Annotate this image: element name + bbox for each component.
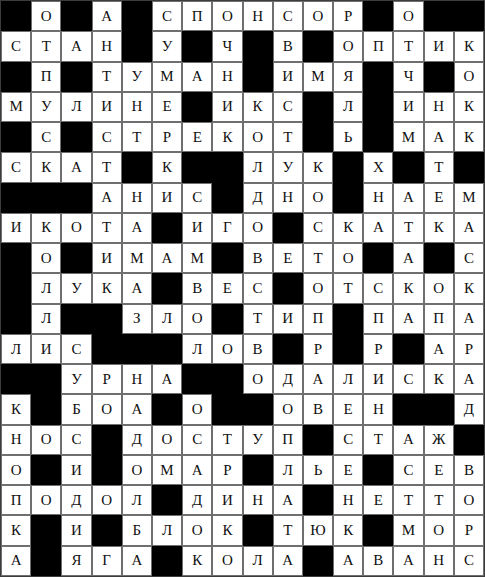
letter-cell[interactable]: О [1,455,31,485]
letter-cell[interactable]: О [182,304,212,334]
block-cell [122,152,152,182]
letter-cell[interactable]: И [363,364,393,394]
letter-cell[interactable]: Т [393,213,423,243]
letter-cell[interactable]: Т [212,425,242,455]
letter-cell[interactable]: С [61,425,91,455]
letter-cell[interactable]: Р [363,334,393,364]
letter-cell[interactable]: К [454,273,484,303]
letter-cell[interactable]: П [363,304,393,334]
letter-cell[interactable]: А [122,273,152,303]
block-cell [393,394,423,424]
letter-cell[interactable]: Х [363,152,393,182]
block-cell [273,334,303,364]
letter-cell[interactable]: Ч [393,62,423,92]
block-cell [363,62,393,92]
letter-cell[interactable]: В [243,334,273,364]
block-cell [92,455,122,485]
letter-cell[interactable]: С [273,1,303,31]
letter-cell[interactable]: И [212,485,242,515]
letter-cell[interactable]: Г [212,213,242,243]
letter-cell[interactable]: С [333,425,363,455]
block-cell [333,334,363,364]
letter-cell[interactable]: М [454,183,484,213]
letter-cell[interactable]: Т [303,243,333,273]
letter-cell[interactable]: М [152,455,182,485]
letter-cell[interactable]: Ь [333,122,363,152]
letter-cell[interactable]: Ж [424,425,454,455]
block-cell [1,183,31,213]
letter-cell[interactable]: К [424,213,454,243]
letter-cell[interactable]: Н [122,183,152,213]
block-cell [424,62,454,92]
letter-cell[interactable]: У [243,425,273,455]
block-cell [1,122,31,152]
letter-cell[interactable]: О [424,515,454,545]
block-cell [122,1,152,31]
letter-cell[interactable]: С [1,31,31,61]
block-cell [182,152,212,182]
letter-cell[interactable]: О [303,1,333,31]
letter-cell[interactable]: Н [363,394,393,424]
letter-cell[interactable]: А [454,364,484,394]
block-cell [303,425,333,455]
letter-cell[interactable]: Т [92,213,122,243]
block-cell [212,152,242,182]
letter-cell[interactable]: О [424,273,454,303]
letter-cell[interactable]: У [31,92,61,122]
block-cell [122,31,152,61]
letter-cell[interactable]: М [122,243,152,273]
letter-cell[interactable]: О [182,394,212,424]
block-cell [1,273,31,303]
letter-cell[interactable]: С [273,92,303,122]
block-cell [1,364,31,394]
letter-cell[interactable]: Н [363,183,393,213]
block-cell [393,152,423,182]
letter-cell[interactable]: И [61,515,91,545]
letter-cell[interactable]: И [424,31,454,61]
block-cell [1,304,31,334]
block-cell [273,273,303,303]
letter-cell[interactable]: Я [333,62,363,92]
letter-cell[interactable]: И [61,455,91,485]
letter-cell[interactable]: К [31,213,61,243]
letter-cell[interactable]: И [393,92,423,122]
letter-cell[interactable]: К [1,394,31,424]
letter-cell[interactable]: Л [333,92,363,122]
block-cell [363,455,393,485]
letter-cell[interactable]: Ч [212,31,242,61]
letter-cell[interactable]: И [273,62,303,92]
block-cell [363,243,393,273]
letter-cell[interactable]: Р [212,455,242,485]
block-cell [31,455,61,485]
letter-cell[interactable]: С [92,122,122,152]
letter-cell[interactable]: М [393,122,423,152]
letter-cell[interactable]: К [303,152,333,182]
letter-cell[interactable]: Т [333,273,363,303]
letter-cell[interactable]: И [273,304,303,334]
letter-cell[interactable]: К [92,273,122,303]
letter-cell[interactable]: В [454,455,484,485]
letter-cell[interactable]: П [273,425,303,455]
letter-cell[interactable]: А [182,62,212,92]
letter-cell[interactable]: Л [61,92,91,122]
block-cell [61,122,91,152]
letter-cell[interactable]: А [122,394,152,424]
letter-cell[interactable]: А [393,425,423,455]
letter-cell[interactable]: П [182,1,212,31]
letter-cell[interactable]: М [303,62,333,92]
block-cell [243,31,273,61]
letter-cell[interactable]: О [454,485,484,515]
block-cell [333,152,363,182]
block-cell [152,394,182,424]
letter-cell[interactable]: П [424,304,454,334]
letter-cell[interactable]: А [61,152,91,182]
letter-cell[interactable]: О [92,485,122,515]
letter-cell[interactable]: И [92,92,122,122]
letter-cell[interactable]: С [454,243,484,273]
block-cell [363,92,393,122]
letter-cell[interactable]: С [182,183,212,213]
letter-cell[interactable]: К [212,122,242,152]
letter-cell[interactable]: Л [152,515,182,545]
letter-cell[interactable]: К [333,515,363,545]
block-cell [92,334,122,364]
block-cell [303,92,333,122]
letter-cell[interactable]: Л [243,152,273,182]
letter-cell[interactable]: В [273,31,303,61]
letter-cell[interactable]: Л [31,273,61,303]
letter-cell[interactable]: Л [182,334,212,364]
letter-cell[interactable]: З [122,304,152,334]
block-cell [454,425,484,455]
letter-cell[interactable]: Е [212,273,242,303]
letter-cell[interactable]: И [1,213,31,243]
letter-cell[interactable]: А [363,213,393,243]
letter-cell[interactable]: О [303,183,333,213]
letter-cell[interactable]: Л [1,334,31,364]
letter-cell[interactable]: О [31,425,61,455]
letter-cell[interactable]: К [152,152,182,182]
letter-cell[interactable]: А [122,213,152,243]
letter-cell[interactable]: У [61,273,91,303]
block-cell [152,546,182,576]
block-cell [212,394,242,424]
letter-cell[interactable]: С [182,425,212,455]
letter-cell[interactable]: О [212,334,242,364]
letter-cell[interactable]: О [243,213,273,243]
letter-cell[interactable]: А [273,546,303,576]
letter-cell[interactable]: К [1,515,31,545]
block-cell [424,243,454,273]
letter-cell[interactable]: И [152,183,182,213]
letter-cell[interactable]: Н [273,183,303,213]
letter-cell[interactable]: Н [122,92,152,122]
letter-cell[interactable]: Е [424,183,454,213]
letter-cell[interactable]: О [31,243,61,273]
block-cell [182,31,212,61]
letter-cell[interactable]: Е [182,122,212,152]
letter-cell[interactable]: Л [333,364,363,394]
letter-cell[interactable]: Д [122,425,152,455]
letter-cell[interactable]: И [212,92,242,122]
block-cell [393,334,423,364]
letter-cell[interactable]: С [393,455,423,485]
letter-cell[interactable]: Р [454,515,484,545]
block-cell [424,1,454,31]
letter-cell[interactable]: Т [31,31,61,61]
letter-cell[interactable]: Е [424,455,454,485]
letter-cell[interactable]: А [1,546,31,576]
letter-cell[interactable]: К [454,122,484,152]
letter-cell[interactable]: Б [122,515,152,545]
letter-cell[interactable]: Т [424,485,454,515]
block-cell [61,1,91,31]
letter-cell[interactable]: А [92,183,122,213]
letter-cell[interactable]: С [454,546,484,576]
block-cell [61,183,91,213]
letter-cell[interactable]: А [393,183,423,213]
letter-cell[interactable]: А [61,31,91,61]
letter-cell[interactable]: Д [243,183,273,213]
letter-cell[interactable]: П [303,304,333,334]
letter-cell[interactable]: М [393,515,423,545]
block-cell [303,546,333,576]
letter-cell[interactable]: Т [393,485,423,515]
letter-cell[interactable]: С [61,334,91,364]
block-cell [333,304,363,334]
block-cell [273,213,303,243]
letter-cell[interactable]: Е [363,485,393,515]
letter-cell[interactable]: Д [273,364,303,394]
block-cell [92,304,122,334]
letter-cell[interactable]: Р [454,334,484,364]
letter-cell[interactable]: О [212,1,242,31]
block-cell [303,31,333,61]
letter-cell[interactable]: С [393,364,423,394]
letter-cell[interactable]: Н [333,485,363,515]
block-cell [212,183,242,213]
letter-cell[interactable]: А [122,546,152,576]
block-cell [1,1,31,31]
letter-cell[interactable]: Т [92,152,122,182]
block-cell [1,243,31,273]
letter-cell[interactable]: С [243,273,273,303]
letter-cell[interactable]: Л [273,455,303,485]
letter-cell[interactable]: Б [61,394,91,424]
letter-cell[interactable]: К [424,364,454,394]
block-cell [61,62,91,92]
crossword-board: ОАСПОНСОРОСТАНУЧВОПТИКПТУМАНИМЯЧОМУЛИНЕИ… [0,0,485,577]
letter-cell[interactable]: А [424,122,454,152]
block-cell [152,273,182,303]
letter-cell[interactable]: У [152,31,182,61]
letter-cell[interactable]: Е [152,92,182,122]
block-cell [1,62,31,92]
letter-cell[interactable]: О [31,1,61,31]
letter-cell[interactable]: А [454,213,484,243]
letter-cell[interactable]: И [182,213,212,243]
letter-cell[interactable]: Т [393,31,423,61]
letter-cell[interactable]: А [393,304,423,334]
letter-cell[interactable]: Г [92,546,122,576]
letter-cell[interactable]: У [61,364,91,394]
letter-cell[interactable]: Р [333,1,363,31]
block-cell [182,92,212,122]
block-cell [61,243,91,273]
block-cell [363,515,393,545]
letter-cell[interactable]: Т [273,515,303,545]
block-cell [243,394,273,424]
letter-cell[interactable]: А [182,455,212,485]
letter-cell[interactable]: А [393,546,423,576]
letter-cell[interactable]: Н [212,62,242,92]
letter-cell[interactable]: К [31,152,61,182]
block-cell [122,334,152,364]
block-cell [243,62,273,92]
letter-cell[interactable]: У [273,152,303,182]
letter-cell[interactable]: О [182,515,212,545]
block-cell [212,243,242,273]
letter-cell[interactable]: О [333,243,363,273]
block-cell [454,1,484,31]
letter-cell[interactable]: Л [31,304,61,334]
block-cell [31,364,61,394]
letter-cell[interactable]: К [243,92,273,122]
letter-cell[interactable]: Н [122,364,152,394]
letter-cell[interactable]: С [31,122,61,152]
letter-cell[interactable]: В [363,546,393,576]
block-cell [92,425,122,455]
letter-cell[interactable]: Т [122,122,152,152]
letter-cell[interactable]: К [212,515,242,545]
letter-cell[interactable]: Т [243,304,273,334]
letter-cell[interactable]: С [1,152,31,182]
letter-cell[interactable]: О [333,31,363,61]
letter-cell[interactable]: В [303,394,333,424]
letter-cell[interactable]: Л [122,485,152,515]
letter-cell[interactable]: Н [1,425,31,455]
letter-cell[interactable]: М [182,243,212,273]
letter-cell[interactable]: У [122,62,152,92]
block-cell [152,334,182,364]
letter-cell[interactable]: Е [273,243,303,273]
letter-cell[interactable]: А [152,243,182,273]
letter-cell[interactable]: К [333,213,363,243]
block-cell [363,122,393,152]
letter-cell[interactable]: А [152,364,182,394]
letter-cell[interactable]: Д [61,485,91,515]
letter-cell[interactable]: Ь [303,455,333,485]
letter-cell[interactable]: К [182,546,212,576]
letter-cell[interactable]: Н [424,92,454,122]
letter-cell[interactable]: Л [243,546,273,576]
letter-cell[interactable]: О [243,364,273,394]
letter-cell[interactable]: С [152,1,182,31]
letter-cell[interactable]: В [182,273,212,303]
letter-cell[interactable]: Т [273,122,303,152]
letter-cell[interactable]: Т [363,425,393,455]
block-cell [31,183,61,213]
letter-cell[interactable]: П [363,31,393,61]
block-cell [363,1,393,31]
letter-cell[interactable]: Р [152,122,182,152]
letter-cell[interactable]: С [303,213,333,243]
block-cell [243,515,273,545]
letter-cell[interactable]: Н [92,31,122,61]
letter-cell[interactable]: К [393,273,423,303]
letter-cell[interactable]: А [333,546,363,576]
letter-cell[interactable]: А [273,485,303,515]
block-cell [333,183,363,213]
letter-cell[interactable]: А [303,364,333,394]
letter-cell[interactable]: И [31,334,61,364]
letter-cell[interactable]: О [212,546,242,576]
letter-cell[interactable]: Я [61,546,91,576]
letter-cell[interactable]: О [243,122,273,152]
letter-cell[interactable]: С [363,273,393,303]
block-cell [243,455,273,485]
letter-cell[interactable]: Т [424,152,454,182]
letter-cell[interactable]: О [454,62,484,92]
letter-cell[interactable]: К [454,31,484,61]
letter-cell[interactable]: Е [333,455,363,485]
letter-cell[interactable]: Л [152,304,182,334]
block-cell [31,546,61,576]
letter-cell[interactable]: Д [454,394,484,424]
letter-cell[interactable]: А [393,243,423,273]
letter-cell[interactable]: Р [92,364,122,394]
letter-cell[interactable]: И [92,243,122,273]
letter-cell[interactable]: О [61,213,91,243]
letter-cell[interactable]: Н [424,546,454,576]
letter-cell[interactable]: А [92,1,122,31]
letter-cell[interactable]: А [454,304,484,334]
letter-cell[interactable]: О [122,455,152,485]
block-cell [303,485,333,515]
letter-cell[interactable]: О [273,394,303,424]
letter-cell[interactable]: О [393,1,423,31]
block-cell [31,394,61,424]
letter-cell[interactable]: Д [182,485,212,515]
letter-cell[interactable]: О [92,394,122,424]
letter-cell[interactable]: Ю [303,515,333,545]
letter-cell[interactable]: П [1,485,31,515]
letter-cell[interactable]: А [424,334,454,364]
letter-cell[interactable]: О [152,425,182,455]
letter-cell[interactable]: Н [243,1,273,31]
block-cell [212,364,242,394]
letter-cell[interactable]: П [31,62,61,92]
block-cell [31,515,61,545]
letter-cell[interactable]: М [1,92,31,122]
letter-cell[interactable]: О [31,485,61,515]
block-cell [92,515,122,545]
letter-cell[interactable]: В [243,243,273,273]
letter-cell[interactable]: М [152,62,182,92]
letter-cell[interactable]: О [303,273,333,303]
block-cell [61,304,91,334]
block-cell [212,304,242,334]
letter-cell[interactable]: Т [92,62,122,92]
letter-cell[interactable]: К [454,92,484,122]
letter-cell[interactable]: Н [243,485,273,515]
letter-cell[interactable]: Р [303,334,333,364]
block-cell [152,213,182,243]
letter-cell[interactable]: Е [333,394,363,424]
